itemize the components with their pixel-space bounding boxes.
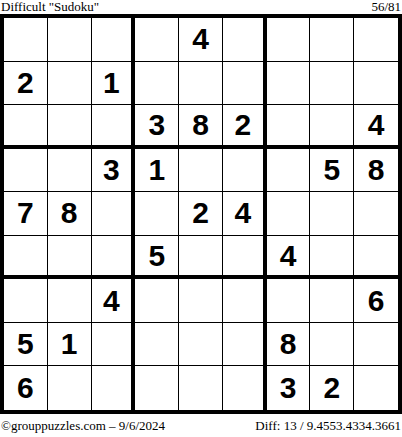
cell-r4c8: 5 xyxy=(310,149,354,193)
cell-r4c2[interactable] xyxy=(48,149,92,193)
cell-r6c1[interactable] xyxy=(4,236,48,280)
cell-r7c2[interactable] xyxy=(48,279,92,323)
cell-r9c8: 2 xyxy=(310,366,354,410)
cell-r6c2[interactable] xyxy=(48,236,92,280)
cell-r9c7: 3 xyxy=(267,366,311,410)
cell-r9c2[interactable] xyxy=(48,366,92,410)
cell-r1c9[interactable] xyxy=(354,18,398,62)
cell-r1c4[interactable] xyxy=(135,18,179,62)
cell-r6c5[interactable] xyxy=(179,236,223,280)
cell-r5c9[interactable] xyxy=(354,192,398,236)
cell-r1c2[interactable] xyxy=(48,18,92,62)
cell-r2c4[interactable] xyxy=(135,62,179,106)
cell-r1c8[interactable] xyxy=(310,18,354,62)
cell-r3c7[interactable] xyxy=(267,105,311,149)
cell-r4c4: 1 xyxy=(135,149,179,193)
cell-r5c7[interactable] xyxy=(267,192,311,236)
cell-r4c5[interactable] xyxy=(179,149,223,193)
cell-r4c6[interactable] xyxy=(223,149,267,193)
cell-r4c1[interactable] xyxy=(4,149,48,193)
cell-r8c7: 8 xyxy=(267,323,311,367)
cell-r6c9[interactable] xyxy=(354,236,398,280)
cell-r1c3[interactable] xyxy=(92,18,136,62)
cell-r9c5[interactable] xyxy=(179,366,223,410)
cell-r2c3: 1 xyxy=(92,62,136,106)
cell-r9c1: 6 xyxy=(4,366,48,410)
page-title: Difficult "Sudoku" xyxy=(1,0,99,13)
sudoku-board: 4213824315878245446518632 xyxy=(0,14,402,414)
cell-r7c7[interactable] xyxy=(267,279,311,323)
cell-r9c3[interactable] xyxy=(92,366,136,410)
cell-r7c5[interactable] xyxy=(179,279,223,323)
cell-r9c6[interactable] xyxy=(223,366,267,410)
cell-r5c6: 4 xyxy=(223,192,267,236)
cell-r7c3: 4 xyxy=(92,279,136,323)
cell-r2c7[interactable] xyxy=(267,62,311,106)
cell-r9c4[interactable] xyxy=(135,366,179,410)
empty-count-label: 56/81 xyxy=(371,0,401,13)
cell-r2c8[interactable] xyxy=(310,62,354,106)
cell-r3c6: 2 xyxy=(223,105,267,149)
cell-r6c6[interactable] xyxy=(223,236,267,280)
copyright-text: ©grouppuzzles.com – 9/6/2024 xyxy=(1,419,165,433)
cell-r6c7: 4 xyxy=(267,236,311,280)
cell-r4c3: 3 xyxy=(92,149,136,193)
cell-r3c2[interactable] xyxy=(48,105,92,149)
cell-r2c2[interactable] xyxy=(48,62,92,106)
cell-r4c7[interactable] xyxy=(267,149,311,193)
cell-r2c9[interactable] xyxy=(354,62,398,106)
cell-r9c9[interactable] xyxy=(354,366,398,410)
cell-r3c1[interactable] xyxy=(4,105,48,149)
cell-r8c5[interactable] xyxy=(179,323,223,367)
cell-r7c8[interactable] xyxy=(310,279,354,323)
cell-r5c3[interactable] xyxy=(92,192,136,236)
cell-r2c1: 2 xyxy=(4,62,48,106)
cell-r8c2: 1 xyxy=(48,323,92,367)
cell-r7c9: 6 xyxy=(354,279,398,323)
cell-r3c8[interactable] xyxy=(310,105,354,149)
cell-r7c6[interactable] xyxy=(223,279,267,323)
cell-r2c5[interactable] xyxy=(179,62,223,106)
cell-r8c3[interactable] xyxy=(92,323,136,367)
cell-r8c6[interactable] xyxy=(223,323,267,367)
cell-r5c2: 8 xyxy=(48,192,92,236)
cell-r8c1: 5 xyxy=(4,323,48,367)
cell-r4c9: 8 xyxy=(354,149,398,193)
cell-r8c4[interactable] xyxy=(135,323,179,367)
cell-r6c3[interactable] xyxy=(92,236,136,280)
footer: ©grouppuzzles.com – 9/6/2024 Diff: 13 / … xyxy=(0,414,402,437)
cell-r7c4[interactable] xyxy=(135,279,179,323)
cell-r1c5: 4 xyxy=(179,18,223,62)
sudoku-page: Difficult "Sudoku" 56/81 421382431587824… xyxy=(0,0,402,437)
cell-r3c5: 8 xyxy=(179,105,223,149)
cell-r3c9: 4 xyxy=(354,105,398,149)
cell-r6c8[interactable] xyxy=(310,236,354,280)
cell-r1c7[interactable] xyxy=(267,18,311,62)
difficulty-text: Diff: 13 / 9.4553.4334.3661 xyxy=(255,419,401,433)
header: Difficult "Sudoku" 56/81 xyxy=(0,0,402,14)
cell-r5c8[interactable] xyxy=(310,192,354,236)
cell-r3c3[interactable] xyxy=(92,105,136,149)
cell-r6c4: 5 xyxy=(135,236,179,280)
cell-r1c6[interactable] xyxy=(223,18,267,62)
cell-r3c4: 3 xyxy=(135,105,179,149)
cell-r5c1: 7 xyxy=(4,192,48,236)
cell-r2c6[interactable] xyxy=(223,62,267,106)
cell-r8c8[interactable] xyxy=(310,323,354,367)
cell-r5c4[interactable] xyxy=(135,192,179,236)
cell-r8c9[interactable] xyxy=(354,323,398,367)
cell-r5c5: 2 xyxy=(179,192,223,236)
cell-r7c1[interactable] xyxy=(4,279,48,323)
cell-r1c1[interactable] xyxy=(4,18,48,62)
